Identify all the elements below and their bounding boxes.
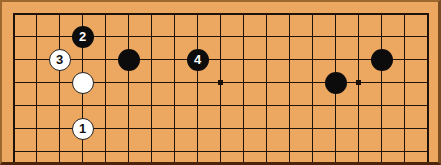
grid-line-vertical [105, 13, 106, 163]
white-stone [72, 72, 94, 94]
grid-line-vertical [243, 13, 244, 163]
grid-line-vertical [13, 13, 15, 163]
grid-line-horizontal [13, 151, 429, 152]
go-board-diagram: 2341 [0, 0, 441, 165]
go-board-grid: 2341 [2, 2, 438, 162]
grid-line-horizontal [13, 59, 429, 60]
black-stone [118, 49, 140, 71]
stone-move-number: 1 [79, 122, 86, 135]
grid-line-vertical [197, 13, 198, 163]
grid-line-vertical [128, 13, 129, 163]
stone-move-number: 3 [56, 53, 63, 66]
grid-line-vertical [427, 13, 429, 163]
grid-line-vertical [59, 13, 60, 163]
grid-line-vertical [404, 13, 405, 163]
black-stone [325, 72, 347, 94]
grid-line-vertical [174, 13, 175, 163]
white-stone: 3 [49, 49, 71, 71]
black-stone: 4 [187, 49, 209, 71]
stone-move-number: 2 [79, 30, 86, 43]
grid-line-vertical [151, 13, 152, 163]
hoshi-point [356, 80, 361, 85]
grid-line-vertical [266, 13, 267, 163]
grid-line-vertical [312, 13, 313, 163]
grid-line-vertical [220, 13, 221, 163]
black-stone [371, 49, 393, 71]
grid-line-horizontal [13, 105, 429, 106]
stone-move-number: 4 [194, 53, 201, 66]
white-stone: 1 [72, 118, 94, 140]
hoshi-point [218, 80, 223, 85]
grid-line-vertical [289, 13, 290, 163]
grid-line-vertical [381, 13, 382, 163]
black-stone: 2 [72, 26, 94, 48]
grid-line-horizontal [13, 13, 429, 15]
grid-line-vertical [36, 13, 37, 163]
grid-line-vertical [358, 13, 359, 163]
